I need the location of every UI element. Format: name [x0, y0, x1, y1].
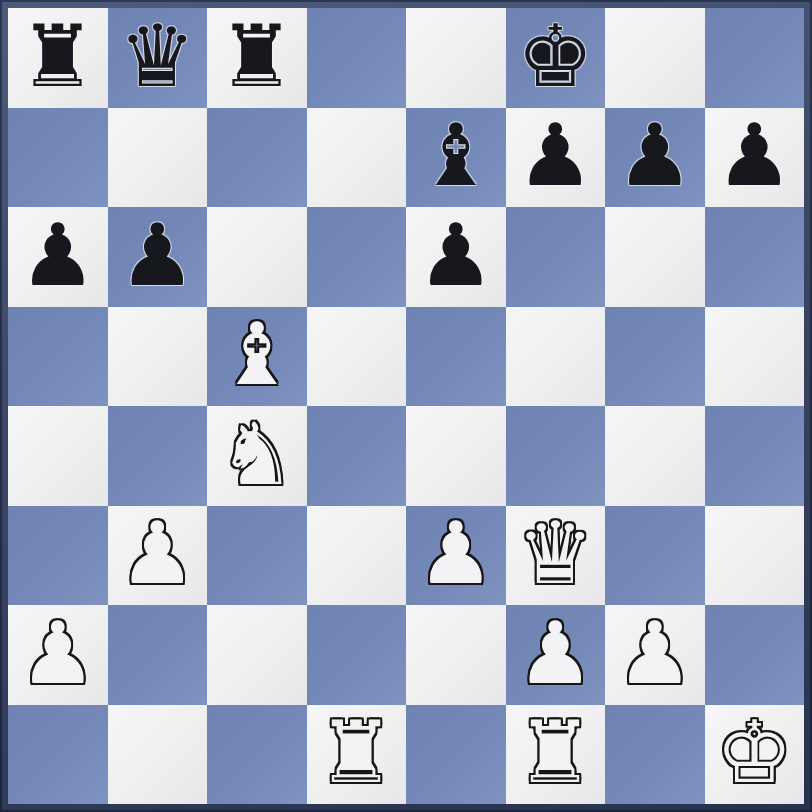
square-g3[interactable] [605, 506, 705, 606]
square-g4[interactable] [605, 406, 705, 506]
square-g2[interactable]: ♟ [605, 605, 705, 705]
piece-white-queen[interactable]: ♛ [517, 510, 594, 596]
square-c1[interactable] [207, 705, 307, 805]
square-h7[interactable]: ♟ [705, 108, 805, 208]
piece-black-rook[interactable]: ♜ [218, 13, 295, 99]
square-e8[interactable] [406, 8, 506, 108]
piece-white-pawn[interactable]: ♟ [616, 610, 693, 696]
square-e6[interactable]: ♟ [406, 207, 506, 307]
piece-white-rook[interactable]: ♜ [318, 709, 395, 795]
square-a2[interactable]: ♟ [8, 605, 108, 705]
square-d3[interactable] [307, 506, 407, 606]
square-e3[interactable]: ♟ [406, 506, 506, 606]
piece-black-pawn[interactable]: ♟ [19, 212, 96, 298]
square-a5[interactable] [8, 307, 108, 407]
square-a7[interactable] [8, 108, 108, 208]
square-d2[interactable] [307, 605, 407, 705]
square-b3[interactable]: ♟ [108, 506, 208, 606]
square-a3[interactable] [8, 506, 108, 606]
square-h5[interactable] [705, 307, 805, 407]
square-e1[interactable] [406, 705, 506, 805]
square-c2[interactable] [207, 605, 307, 705]
square-f3[interactable]: ♛ [506, 506, 606, 606]
square-c3[interactable] [207, 506, 307, 606]
piece-black-bishop[interactable]: ♝ [417, 112, 494, 198]
square-g6[interactable] [605, 207, 705, 307]
square-b1[interactable] [108, 705, 208, 805]
square-d4[interactable] [307, 406, 407, 506]
square-d8[interactable] [307, 8, 407, 108]
square-a4[interactable] [8, 406, 108, 506]
square-f7[interactable]: ♟ [506, 108, 606, 208]
square-f5[interactable] [506, 307, 606, 407]
square-c8[interactable]: ♜ [207, 8, 307, 108]
piece-black-queen[interactable]: ♛ [119, 13, 196, 99]
square-f1[interactable]: ♜ [506, 705, 606, 805]
square-g8[interactable] [605, 8, 705, 108]
square-e5[interactable] [406, 307, 506, 407]
piece-white-king[interactable]: ♚ [716, 709, 793, 795]
square-e7[interactable]: ♝ [406, 108, 506, 208]
chess-board: ♜♛♜♚♝♟♟♟♟♟♟♝♞♟♟♛♟♟♟♜♜♚ [8, 8, 804, 804]
square-c7[interactable] [207, 108, 307, 208]
piece-white-rook[interactable]: ♜ [517, 709, 594, 795]
square-e4[interactable] [406, 406, 506, 506]
square-h2[interactable] [705, 605, 805, 705]
piece-white-pawn[interactable]: ♟ [119, 510, 196, 596]
piece-black-rook[interactable]: ♜ [19, 13, 96, 99]
piece-white-pawn[interactable]: ♟ [19, 610, 96, 696]
square-b7[interactable] [108, 108, 208, 208]
piece-black-pawn[interactable]: ♟ [417, 212, 494, 298]
square-d5[interactable] [307, 307, 407, 407]
piece-black-king[interactable]: ♚ [517, 13, 594, 99]
square-b4[interactable] [108, 406, 208, 506]
square-f4[interactable] [506, 406, 606, 506]
square-f6[interactable] [506, 207, 606, 307]
square-c4[interactable]: ♞ [207, 406, 307, 506]
square-g1[interactable] [605, 705, 705, 805]
square-b5[interactable] [108, 307, 208, 407]
square-h8[interactable] [705, 8, 805, 108]
board-frame: ♜♛♜♚♝♟♟♟♟♟♟♝♞♟♟♛♟♟♟♜♜♚ [0, 0, 812, 812]
square-c5[interactable]: ♝ [207, 307, 307, 407]
square-b6[interactable]: ♟ [108, 207, 208, 307]
square-a6[interactable]: ♟ [8, 207, 108, 307]
square-c6[interactable] [207, 207, 307, 307]
square-d1[interactable]: ♜ [307, 705, 407, 805]
square-b8[interactable]: ♛ [108, 8, 208, 108]
piece-white-pawn[interactable]: ♟ [517, 610, 594, 696]
piece-black-pawn[interactable]: ♟ [716, 112, 793, 198]
square-e2[interactable] [406, 605, 506, 705]
square-h1[interactable]: ♚ [705, 705, 805, 805]
piece-black-pawn[interactable]: ♟ [616, 112, 693, 198]
square-f8[interactable]: ♚ [506, 8, 606, 108]
piece-black-pawn[interactable]: ♟ [119, 212, 196, 298]
square-g5[interactable] [605, 307, 705, 407]
square-h3[interactable] [705, 506, 805, 606]
square-g7[interactable]: ♟ [605, 108, 705, 208]
square-h4[interactable] [705, 406, 805, 506]
piece-white-knight[interactable]: ♞ [218, 411, 295, 497]
piece-black-pawn[interactable]: ♟ [517, 112, 594, 198]
piece-white-bishop[interactable]: ♝ [218, 311, 295, 397]
square-h6[interactable] [705, 207, 805, 307]
square-a8[interactable]: ♜ [8, 8, 108, 108]
square-f2[interactable]: ♟ [506, 605, 606, 705]
square-d7[interactable] [307, 108, 407, 208]
square-b2[interactable] [108, 605, 208, 705]
square-d6[interactable] [307, 207, 407, 307]
square-a1[interactable] [8, 705, 108, 805]
piece-white-pawn[interactable]: ♟ [417, 510, 494, 596]
